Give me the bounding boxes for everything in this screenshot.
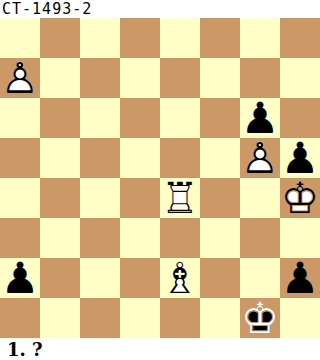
square-h8[interactable] <box>280 18 320 58</box>
square-h5[interactable]: ♟ <box>280 138 320 178</box>
square-f3[interactable] <box>200 218 240 258</box>
square-g3[interactable] <box>240 218 280 258</box>
square-a1[interactable] <box>0 298 40 338</box>
white-pawn-piece[interactable]: ♟♙ <box>240 138 280 178</box>
black-pawn-piece[interactable]: ♟ <box>280 138 320 178</box>
white-king-piece[interactable]: ♚♔ <box>280 178 320 218</box>
square-g7[interactable] <box>240 58 280 98</box>
square-f4[interactable] <box>200 178 240 218</box>
square-d7[interactable] <box>120 58 160 98</box>
square-b8[interactable] <box>40 18 80 58</box>
square-d3[interactable] <box>120 218 160 258</box>
diagram-header: CT-1493-2 <box>0 0 320 18</box>
square-g8[interactable] <box>240 18 280 58</box>
diagram-title: CT-1493-2 <box>2 0 92 18</box>
move-prompt: 1. ? <box>7 339 43 360</box>
square-b2[interactable] <box>40 258 80 298</box>
square-g2[interactable] <box>240 258 280 298</box>
square-h7[interactable] <box>280 58 320 98</box>
black-pawn-piece[interactable]: ♟ <box>240 98 280 138</box>
square-c2[interactable] <box>80 258 120 298</box>
square-e5[interactable] <box>160 138 200 178</box>
square-g1[interactable]: ♚♔ <box>240 298 280 338</box>
square-f1[interactable] <box>200 298 240 338</box>
square-c7[interactable] <box>80 58 120 98</box>
square-d8[interactable] <box>120 18 160 58</box>
square-a2[interactable]: ♟ <box>0 258 40 298</box>
square-e7[interactable] <box>160 58 200 98</box>
square-c6[interactable] <box>80 98 120 138</box>
square-a6[interactable] <box>0 98 40 138</box>
square-d5[interactable] <box>120 138 160 178</box>
chess-board: ♟♙♟♟♙♟♜♖♚♔♟♝♗♟♚♔ <box>0 18 320 338</box>
square-b5[interactable] <box>40 138 80 178</box>
square-g4[interactable] <box>240 178 280 218</box>
square-f6[interactable] <box>200 98 240 138</box>
square-f2[interactable] <box>200 258 240 298</box>
square-d6[interactable] <box>120 98 160 138</box>
square-g5[interactable]: ♟♙ <box>240 138 280 178</box>
square-d2[interactable] <box>120 258 160 298</box>
square-a7[interactable]: ♟♙ <box>0 58 40 98</box>
square-e6[interactable] <box>160 98 200 138</box>
square-b6[interactable] <box>40 98 80 138</box>
square-b4[interactable] <box>40 178 80 218</box>
square-f7[interactable] <box>200 58 240 98</box>
white-rook-piece[interactable]: ♜♖ <box>160 178 200 218</box>
square-a3[interactable] <box>0 218 40 258</box>
square-a5[interactable] <box>0 138 40 178</box>
square-a8[interactable] <box>0 18 40 58</box>
square-e2[interactable]: ♝♗ <box>160 258 200 298</box>
square-e1[interactable] <box>160 298 200 338</box>
square-g6[interactable]: ♟ <box>240 98 280 138</box>
white-bishop-piece[interactable]: ♝♗ <box>160 258 200 298</box>
square-f5[interactable] <box>200 138 240 178</box>
square-d1[interactable] <box>120 298 160 338</box>
black-pawn-piece[interactable]: ♟ <box>0 258 40 298</box>
square-h2[interactable]: ♟ <box>280 258 320 298</box>
square-c3[interactable] <box>80 218 120 258</box>
square-d4[interactable] <box>120 178 160 218</box>
chess-diagram: CT-1493-2 ♟♙♟♟♙♟♜♖♚♔♟♝♗♟♚♔ 1. ? <box>0 0 320 360</box>
square-f8[interactable] <box>200 18 240 58</box>
square-c4[interactable] <box>80 178 120 218</box>
black-pawn-piece[interactable]: ♟ <box>280 258 320 298</box>
white-pawn-piece[interactable]: ♟♙ <box>0 58 40 98</box>
square-h6[interactable] <box>280 98 320 138</box>
square-h1[interactable] <box>280 298 320 338</box>
square-b3[interactable] <box>40 218 80 258</box>
square-c1[interactable] <box>80 298 120 338</box>
square-e8[interactable] <box>160 18 200 58</box>
square-e4[interactable]: ♜♖ <box>160 178 200 218</box>
square-a4[interactable] <box>0 178 40 218</box>
black-king-piece[interactable]: ♚♔ <box>240 298 280 338</box>
square-c8[interactable] <box>80 18 120 58</box>
square-e3[interactable] <box>160 218 200 258</box>
square-h4[interactable]: ♚♔ <box>280 178 320 218</box>
square-b7[interactable] <box>40 58 80 98</box>
square-h3[interactable] <box>280 218 320 258</box>
square-c5[interactable] <box>80 138 120 178</box>
square-b1[interactable] <box>40 298 80 338</box>
